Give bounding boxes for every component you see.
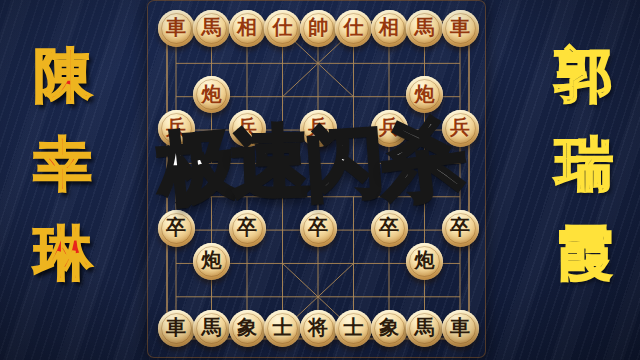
piece-glyph: 卒	[450, 217, 470, 237]
piece-glyph: 仕	[344, 17, 364, 37]
piece-black-r9c0[interactable]: 車	[158, 310, 195, 347]
piece-black-r7c1[interactable]: 炮	[193, 243, 230, 280]
piece-glyph: 卒	[166, 217, 186, 237]
piece-black-r6c0[interactable]: 卒	[158, 210, 195, 247]
piece-glyph: 象	[237, 317, 257, 337]
player-name-left-char: 琳	[33, 224, 93, 282]
piece-glyph: 車	[166, 317, 186, 337]
piece-black-r6c2[interactable]: 卒	[229, 210, 266, 247]
piece-red-r3c8[interactable]: 兵	[442, 110, 479, 147]
piece-glyph: 兵	[308, 117, 328, 137]
piece-red-r0c7[interactable]: 馬	[406, 10, 443, 47]
piece-black-r9c4[interactable]: 将	[300, 310, 337, 347]
piece-glyph: 士	[344, 317, 364, 337]
piece-glyph: 卒	[379, 217, 399, 237]
piece-glyph: 炮	[415, 84, 435, 104]
piece-glyph: 兵	[379, 117, 399, 137]
piece-glyph: 馬	[202, 317, 222, 337]
piece-glyph: 馬	[415, 317, 435, 337]
piece-black-r9c1[interactable]: 馬	[193, 310, 230, 347]
player-name-left: 陳 幸 琳	[33, 46, 93, 282]
piece-glyph: 帥	[308, 17, 328, 37]
piece-red-r3c0[interactable]: 兵	[158, 110, 195, 147]
piece-glyph: 車	[450, 17, 470, 37]
piece-black-r9c8[interactable]: 車	[442, 310, 479, 347]
board-grid	[147, 0, 486, 358]
piece-black-r6c4[interactable]: 卒	[300, 210, 337, 247]
piece-black-r7c7[interactable]: 炮	[406, 243, 443, 280]
piece-red-r0c3[interactable]: 仕	[264, 10, 301, 47]
piece-glyph: 炮	[415, 250, 435, 270]
piece-red-r3c4[interactable]: 兵	[300, 110, 337, 147]
piece-glyph: 将	[308, 317, 328, 337]
piece-glyph: 兵	[450, 117, 470, 137]
piece-glyph: 卒	[308, 217, 328, 237]
xiangqi-board[interactable]: 車馬相仕帥仕相馬車炮炮兵兵兵兵兵卒卒卒卒卒炮炮車馬象士将士象馬車	[147, 0, 486, 358]
piece-red-r0c4[interactable]: 帥	[300, 10, 337, 47]
piece-red-r0c0[interactable]: 車	[158, 10, 195, 47]
piece-glyph: 相	[237, 17, 257, 37]
piece-glyph: 馬	[415, 17, 435, 37]
piece-black-r6c6[interactable]: 卒	[371, 210, 408, 247]
stage: 車馬相仕帥仕相馬車炮炮兵兵兵兵兵卒卒卒卒卒炮炮車馬象士将士象馬車 极 速 闪 杀…	[0, 0, 640, 360]
piece-red-r3c6[interactable]: 兵	[371, 110, 408, 147]
piece-glyph: 車	[450, 317, 470, 337]
piece-glyph: 卒	[237, 217, 257, 237]
player-name-left-char: 陳	[33, 46, 93, 104]
player-name-right: 郭 瑞 霞	[554, 46, 614, 282]
player-name-right-char: 瑞	[554, 135, 614, 193]
piece-black-r9c6[interactable]: 象	[371, 310, 408, 347]
piece-glyph: 炮	[202, 250, 222, 270]
piece-red-r2c1[interactable]: 炮	[193, 76, 230, 113]
piece-glyph: 士	[273, 317, 293, 337]
piece-black-r9c5[interactable]: 士	[335, 310, 372, 347]
piece-black-r6c8[interactable]: 卒	[442, 210, 479, 247]
player-name-left-char: 幸	[33, 135, 93, 193]
piece-black-r9c7[interactable]: 馬	[406, 310, 443, 347]
piece-glyph: 兵	[166, 117, 186, 137]
piece-red-r3c2[interactable]: 兵	[229, 110, 266, 147]
piece-glyph: 車	[166, 17, 186, 37]
piece-red-r0c6[interactable]: 相	[371, 10, 408, 47]
piece-glyph: 仕	[273, 17, 293, 37]
player-name-right-char: 霞	[554, 224, 614, 282]
piece-glyph: 象	[379, 317, 399, 337]
piece-glyph: 炮	[202, 84, 222, 104]
piece-black-r9c3[interactable]: 士	[264, 310, 301, 347]
piece-glyph: 相	[379, 17, 399, 37]
piece-red-r0c1[interactable]: 馬	[193, 10, 230, 47]
player-name-right-char: 郭	[554, 46, 614, 104]
piece-glyph: 兵	[237, 117, 257, 137]
piece-black-r9c2[interactable]: 象	[229, 310, 266, 347]
piece-red-r0c8[interactable]: 車	[442, 10, 479, 47]
piece-red-r0c2[interactable]: 相	[229, 10, 266, 47]
piece-red-r2c7[interactable]: 炮	[406, 76, 443, 113]
piece-glyph: 馬	[202, 17, 222, 37]
piece-red-r0c5[interactable]: 仕	[335, 10, 372, 47]
